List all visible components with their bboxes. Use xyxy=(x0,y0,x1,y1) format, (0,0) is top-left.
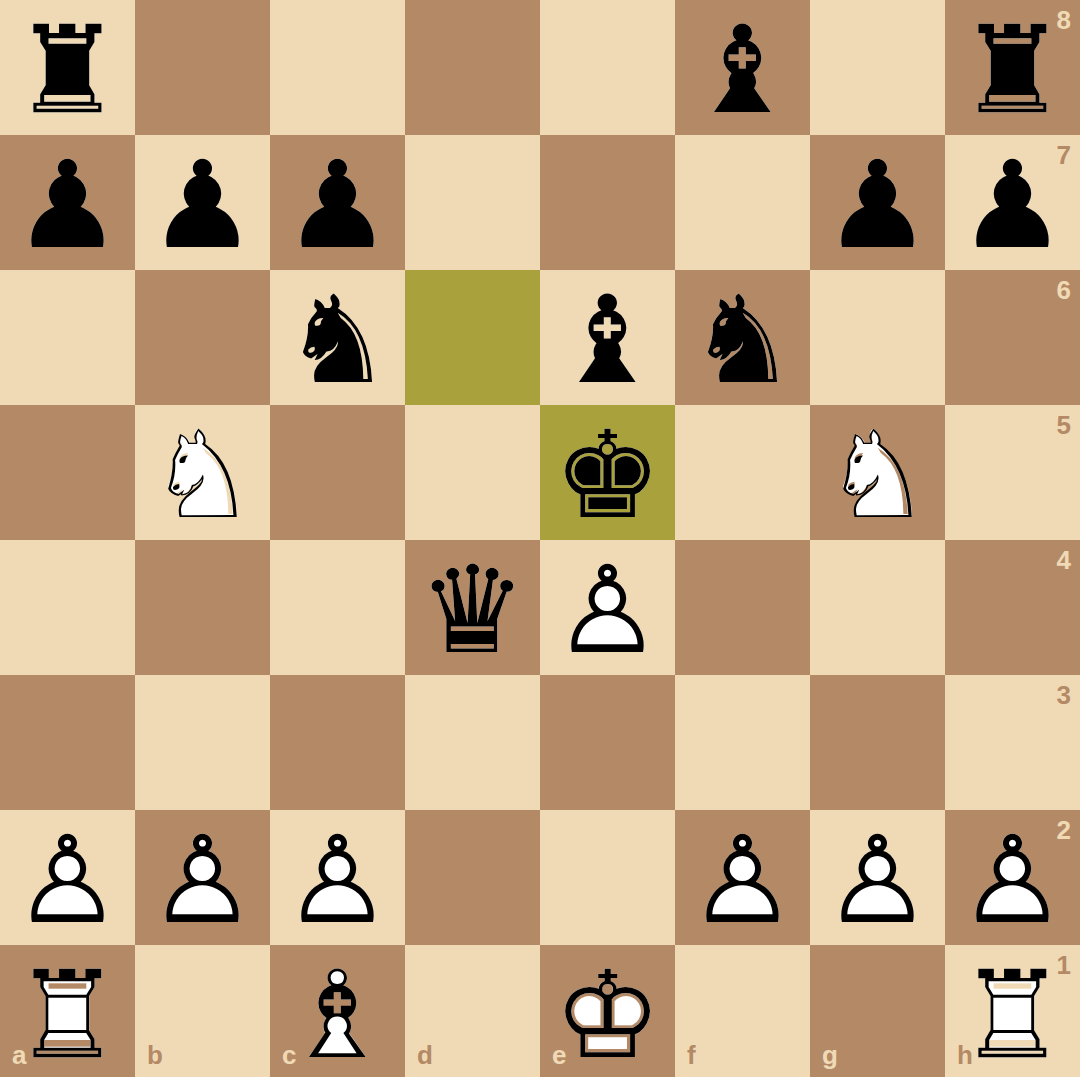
square-g3[interactable] xyxy=(810,675,945,810)
piece-black-rook[interactable]: ♜♜ xyxy=(945,0,1080,135)
square-e2[interactable] xyxy=(540,810,675,945)
piece-fill-glyph: ♟ xyxy=(270,138,405,273)
piece-white-bishop[interactable]: ♝♗ xyxy=(270,945,405,1077)
piece-white-rook[interactable]: ♜♖ xyxy=(945,945,1080,1077)
piece-outline-glyph: ♙ xyxy=(810,813,945,948)
piece-fill-glyph: ♝ xyxy=(270,948,405,1077)
piece-fill-glyph: ♜ xyxy=(945,3,1080,138)
piece-black-pawn[interactable]: ♟♟ xyxy=(0,135,135,270)
piece-fill-glyph: ♝ xyxy=(540,273,675,408)
piece-fill-glyph: ♟ xyxy=(540,543,675,678)
square-b5[interactable]: ♞♘ xyxy=(135,405,270,540)
square-g1[interactable]: g xyxy=(810,945,945,1077)
piece-fill-glyph: ♟ xyxy=(810,813,945,948)
square-h6[interactable]: 6 xyxy=(945,270,1080,405)
square-h3[interactable]: 3 xyxy=(945,675,1080,810)
piece-white-knight[interactable]: ♞♘ xyxy=(810,405,945,540)
square-c8[interactable] xyxy=(270,0,405,135)
piece-outline-glyph: ♘ xyxy=(810,408,945,543)
coord-rank-3: 3 xyxy=(1057,682,1071,708)
square-c7[interactable]: ♟♟ xyxy=(270,135,405,270)
square-h8[interactable]: 8♜♜ xyxy=(945,0,1080,135)
square-f8[interactable]: ♝♝ xyxy=(675,0,810,135)
piece-outline-glyph: ♞ xyxy=(270,273,405,408)
piece-black-knight[interactable]: ♞♞ xyxy=(270,270,405,405)
piece-fill-glyph: ♜ xyxy=(945,948,1080,1077)
square-d8[interactable] xyxy=(405,0,540,135)
piece-white-knight[interactable]: ♞♘ xyxy=(135,405,270,540)
piece-black-pawn[interactable]: ♟♟ xyxy=(945,135,1080,270)
piece-outline-glyph: ♖ xyxy=(0,948,135,1077)
piece-white-pawn[interactable]: ♟♙ xyxy=(810,810,945,945)
piece-white-pawn[interactable]: ♟♙ xyxy=(540,540,675,675)
square-f1[interactable]: f xyxy=(675,945,810,1077)
piece-fill-glyph: ♜ xyxy=(0,3,135,138)
square-f6[interactable]: ♞♞ xyxy=(675,270,810,405)
piece-outline-glyph: ♟ xyxy=(135,138,270,273)
piece-outline-glyph: ♞ xyxy=(675,273,810,408)
square-a5[interactable] xyxy=(0,405,135,540)
square-d6[interactable] xyxy=(405,270,540,405)
square-e6[interactable]: ♝♝ xyxy=(540,270,675,405)
piece-fill-glyph: ♚ xyxy=(540,948,675,1077)
piece-outline-glyph: ♝ xyxy=(540,273,675,408)
piece-black-pawn[interactable]: ♟♟ xyxy=(135,135,270,270)
piece-fill-glyph: ♞ xyxy=(675,273,810,408)
square-b1[interactable]: b xyxy=(135,945,270,1077)
square-b8[interactable] xyxy=(135,0,270,135)
piece-black-rook[interactable]: ♜♜ xyxy=(0,0,135,135)
square-e4[interactable]: ♟♙ xyxy=(540,540,675,675)
square-a7[interactable]: ♟♟ xyxy=(0,135,135,270)
piece-outline-glyph: ♚ xyxy=(540,408,675,543)
square-a1[interactable]: a♜♖ xyxy=(0,945,135,1077)
square-e8[interactable] xyxy=(540,0,675,135)
piece-fill-glyph: ♟ xyxy=(945,138,1080,273)
piece-fill-glyph: ♞ xyxy=(810,408,945,543)
square-b6[interactable] xyxy=(135,270,270,405)
square-f4[interactable] xyxy=(675,540,810,675)
square-h2[interactable]: 2♟♙ xyxy=(945,810,1080,945)
coord-rank-4: 4 xyxy=(1057,547,1071,573)
square-g8[interactable] xyxy=(810,0,945,135)
piece-white-pawn[interactable]: ♟♙ xyxy=(945,810,1080,945)
piece-outline-glyph: ♜ xyxy=(945,3,1080,138)
square-e5[interactable]: ♚♚ xyxy=(540,405,675,540)
square-a2[interactable]: ♟♙ xyxy=(0,810,135,945)
piece-outline-glyph: ♘ xyxy=(135,408,270,543)
square-f2[interactable]: ♟♙ xyxy=(675,810,810,945)
square-f7[interactable] xyxy=(675,135,810,270)
piece-outline-glyph: ♟ xyxy=(0,138,135,273)
square-a8[interactable]: ♜♜ xyxy=(0,0,135,135)
piece-outline-glyph: ♙ xyxy=(540,543,675,678)
piece-fill-glyph: ♟ xyxy=(270,813,405,948)
piece-outline-glyph: ♔ xyxy=(540,948,675,1077)
piece-outline-glyph: ♟ xyxy=(945,138,1080,273)
piece-black-king[interactable]: ♚♚ xyxy=(540,405,675,540)
piece-fill-glyph: ♟ xyxy=(135,138,270,273)
coord-file-f: f xyxy=(687,1042,696,1068)
piece-outline-glyph: ♗ xyxy=(270,948,405,1077)
square-d7[interactable] xyxy=(405,135,540,270)
chess-board: ♜♜♝♝8♜♜♟♟♟♟♟♟♟♟7♟♟♞♞♝♝♞♞6♞♘♚♚♞♘5♛♛♟♙43♟♙… xyxy=(0,0,1080,1077)
piece-outline-glyph: ♟ xyxy=(810,138,945,273)
piece-outline-glyph: ♜ xyxy=(0,3,135,138)
piece-outline-glyph: ♙ xyxy=(135,813,270,948)
square-a6[interactable] xyxy=(0,270,135,405)
square-f5[interactable] xyxy=(675,405,810,540)
square-e7[interactable] xyxy=(540,135,675,270)
square-c2[interactable]: ♟♙ xyxy=(270,810,405,945)
piece-fill-glyph: ♜ xyxy=(0,948,135,1077)
piece-outline-glyph: ♝ xyxy=(675,3,810,138)
piece-fill-glyph: ♟ xyxy=(135,813,270,948)
piece-fill-glyph: ♟ xyxy=(675,813,810,948)
piece-white-king[interactable]: ♚♔ xyxy=(540,945,675,1077)
square-g5[interactable]: ♞♘ xyxy=(810,405,945,540)
piece-outline-glyph: ♟ xyxy=(270,138,405,273)
piece-fill-glyph: ♟ xyxy=(0,813,135,948)
square-h5[interactable]: 5 xyxy=(945,405,1080,540)
square-c5[interactable] xyxy=(270,405,405,540)
square-h4[interactable]: 4 xyxy=(945,540,1080,675)
piece-fill-glyph: ♟ xyxy=(945,813,1080,948)
piece-black-knight[interactable]: ♞♞ xyxy=(675,270,810,405)
piece-fill-glyph: ♟ xyxy=(810,138,945,273)
piece-outline-glyph: ♙ xyxy=(945,813,1080,948)
square-b4[interactable] xyxy=(135,540,270,675)
piece-fill-glyph: ♞ xyxy=(135,408,270,543)
piece-black-pawn[interactable]: ♟♟ xyxy=(270,135,405,270)
square-h7[interactable]: 7♟♟ xyxy=(945,135,1080,270)
piece-black-pawn[interactable]: ♟♟ xyxy=(810,135,945,270)
chess-board-viewport: ♜♜♝♝8♜♜♟♟♟♟♟♟♟♟7♟♟♞♞♝♝♞♞6♞♘♚♚♞♘5♛♛♟♙43♟♙… xyxy=(0,0,1080,1077)
square-c6[interactable]: ♞♞ xyxy=(270,270,405,405)
square-g4[interactable] xyxy=(810,540,945,675)
piece-black-queen[interactable]: ♛♛ xyxy=(405,540,540,675)
coord-rank-6: 6 xyxy=(1057,277,1071,303)
piece-fill-glyph: ♚ xyxy=(540,408,675,543)
square-g2[interactable]: ♟♙ xyxy=(810,810,945,945)
square-c4[interactable] xyxy=(270,540,405,675)
piece-fill-glyph: ♝ xyxy=(675,3,810,138)
square-d2[interactable] xyxy=(405,810,540,945)
piece-fill-glyph: ♛ xyxy=(405,543,540,678)
square-h1[interactable]: 1h♜♖ xyxy=(945,945,1080,1077)
square-a3[interactable] xyxy=(0,675,135,810)
piece-outline-glyph: ♖ xyxy=(945,948,1080,1077)
square-g7[interactable]: ♟♟ xyxy=(810,135,945,270)
piece-white-pawn[interactable]: ♟♙ xyxy=(675,810,810,945)
piece-fill-glyph: ♞ xyxy=(270,273,405,408)
piece-white-pawn[interactable]: ♟♙ xyxy=(270,810,405,945)
square-g6[interactable] xyxy=(810,270,945,405)
piece-outline-glyph: ♙ xyxy=(675,813,810,948)
square-b2[interactable]: ♟♙ xyxy=(135,810,270,945)
coord-rank-5: 5 xyxy=(1057,412,1071,438)
square-d1[interactable]: d xyxy=(405,945,540,1077)
square-b7[interactable]: ♟♟ xyxy=(135,135,270,270)
piece-black-bishop[interactable]: ♝♝ xyxy=(540,270,675,405)
square-a4[interactable] xyxy=(0,540,135,675)
piece-white-pawn[interactable]: ♟♙ xyxy=(0,810,135,945)
square-d4[interactable]: ♛♛ xyxy=(405,540,540,675)
square-e1[interactable]: e♚♔ xyxy=(540,945,675,1077)
piece-outline-glyph: ♛ xyxy=(405,543,540,678)
coord-file-d: d xyxy=(417,1042,433,1068)
square-b3[interactable] xyxy=(135,675,270,810)
square-e3[interactable] xyxy=(540,675,675,810)
piece-white-pawn[interactable]: ♟♙ xyxy=(135,810,270,945)
coord-file-g: g xyxy=(822,1042,838,1068)
piece-outline-glyph: ♙ xyxy=(270,813,405,948)
square-f3[interactable] xyxy=(675,675,810,810)
piece-white-rook[interactable]: ♜♖ xyxy=(0,945,135,1077)
square-d5[interactable] xyxy=(405,405,540,540)
piece-outline-glyph: ♙ xyxy=(0,813,135,948)
square-d3[interactable] xyxy=(405,675,540,810)
piece-fill-glyph: ♟ xyxy=(0,138,135,273)
coord-file-b: b xyxy=(147,1042,163,1068)
piece-black-bishop[interactable]: ♝♝ xyxy=(675,0,810,135)
square-c3[interactable] xyxy=(270,675,405,810)
square-c1[interactable]: c♝♗ xyxy=(270,945,405,1077)
